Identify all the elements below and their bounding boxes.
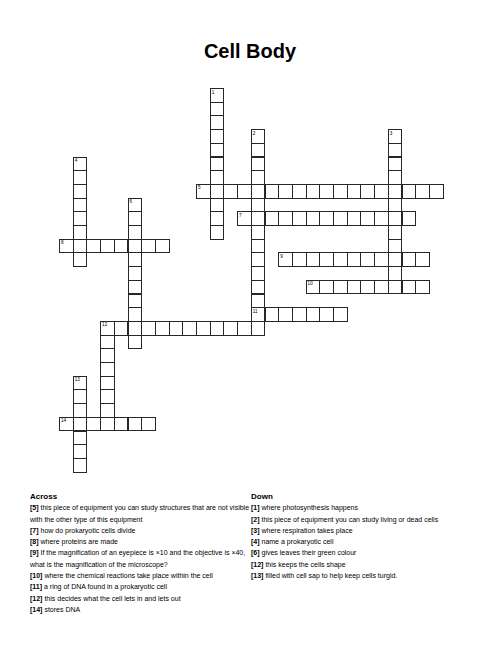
grid-cell[interactable]	[415, 184, 430, 199]
grid-cell[interactable]	[415, 280, 430, 295]
grid-cell[interactable]	[388, 280, 403, 295]
grid-cell[interactable]	[292, 211, 307, 226]
clue-number: [5]	[30, 504, 39, 511]
cell-number: 11	[253, 309, 258, 314]
cell-number: 13	[75, 377, 80, 382]
across-clue-7: [7] how do prokaryotic cells divide	[30, 525, 253, 536]
grid-cell[interactable]	[251, 252, 266, 267]
grid-cell[interactable]	[429, 184, 444, 199]
grid-cell[interactable]	[73, 417, 88, 432]
grid-cell[interactable]	[141, 321, 156, 336]
grid-cell[interactable]	[347, 211, 362, 226]
grid-cell[interactable]	[347, 184, 362, 199]
down-clue-13: [13] filled with cell sap to help keep c…	[251, 570, 491, 581]
clue-number: [2]	[251, 516, 260, 523]
grid-cell[interactable]: 4	[73, 157, 88, 172]
grid-cell[interactable]	[319, 280, 334, 295]
grid-cell[interactable]	[128, 294, 143, 309]
clue-text: stores DNA	[42, 606, 80, 613]
grid-cell[interactable]	[347, 280, 362, 295]
grid-cell[interactable]	[73, 403, 88, 418]
grid-cell[interactable]	[360, 280, 375, 295]
grid-cell[interactable]: 6	[128, 198, 143, 213]
grid-cell[interactable]: 7	[237, 211, 252, 226]
down-clue-4: [4] name a prokaryotic cell	[251, 536, 491, 547]
grid-cell[interactable]	[306, 184, 321, 199]
clue-text: where respiration takes place	[260, 527, 353, 534]
grid-cell[interactable]: 5	[196, 184, 211, 199]
grid-cell[interactable]	[210, 102, 225, 117]
clue-number: [12]	[30, 595, 42, 602]
grid-cell[interactable]	[210, 184, 225, 199]
grid-cell[interactable]	[223, 184, 238, 199]
clue-number: [14]	[30, 606, 42, 613]
grid-cell[interactable]	[388, 170, 403, 185]
across-clues-section: Across [5] this piece of equipment you c…	[30, 491, 253, 615]
grid-cell[interactable]	[333, 307, 348, 322]
grid-cell[interactable]	[347, 252, 362, 267]
down-clue-6: [6] gives leaves their green colour	[251, 547, 491, 558]
across-clue-9: [9] If the magnification of an eyepiece …	[30, 547, 253, 570]
grid-cell[interactable]	[292, 307, 307, 322]
grid-cell[interactable]	[128, 307, 143, 322]
grid-cell[interactable]	[73, 444, 88, 459]
grid-cell[interactable]: 12	[100, 321, 115, 336]
grid-cell[interactable]	[210, 198, 225, 213]
grid-cell[interactable]	[73, 184, 88, 199]
grid-cell[interactable]	[251, 198, 266, 213]
clue-text: gives leaves their green colour	[260, 549, 357, 556]
clue-number: [7]	[30, 527, 39, 534]
grid-cell[interactable]	[128, 335, 143, 350]
cell-number: 6	[130, 199, 133, 204]
clue-number: [6]	[251, 549, 260, 556]
grid-cell[interactable]	[155, 239, 170, 254]
down-clue-3: [3] where respiration takes place	[251, 525, 491, 536]
grid-cell[interactable]	[402, 211, 417, 226]
grid-cell[interactable]	[251, 157, 266, 172]
grid-cell[interactable]	[210, 143, 225, 158]
grid-cell[interactable]: 13	[73, 376, 88, 391]
grid-cell[interactable]	[128, 211, 143, 226]
grid-cell[interactable]	[128, 225, 143, 240]
across-heading: Across	[30, 491, 253, 502]
crossword-page: Cell Body 1234567891011121314 Across [5]…	[0, 0, 500, 647]
grid-cell[interactable]	[278, 184, 293, 199]
grid-cell[interactable]	[73, 211, 88, 226]
grid-cell[interactable]: 8	[59, 239, 74, 254]
grid-cell[interactable]	[128, 252, 143, 267]
grid-cell[interactable]	[141, 417, 156, 432]
grid-cell[interactable]	[73, 431, 88, 446]
grid-cell[interactable]	[73, 198, 88, 213]
grid-cell[interactable]	[360, 252, 375, 267]
grid-cell[interactable]	[210, 129, 225, 144]
grid-cell[interactable]	[182, 321, 197, 336]
grid-cell[interactable]	[210, 225, 225, 240]
grid-cell[interactable]	[128, 417, 143, 432]
grid-cell[interactable]	[278, 307, 293, 322]
grid-cell[interactable]	[278, 211, 293, 226]
grid-cell[interactable]	[388, 143, 403, 158]
grid-cell[interactable]	[86, 417, 101, 432]
grid-cell[interactable]	[251, 266, 266, 281]
clue-number: [10]	[30, 572, 42, 579]
grid-cell[interactable]	[210, 321, 225, 336]
cell-number: 1	[212, 90, 215, 95]
grid-cell[interactable]	[128, 280, 143, 295]
clue-number: [11]	[30, 583, 42, 590]
grid-cell[interactable]	[415, 252, 430, 267]
grid-cell[interactable]	[251, 170, 266, 185]
cell-number: 5	[198, 185, 201, 190]
grid-cell[interactable]: 3	[388, 129, 403, 144]
cell-number: 7	[239, 213, 242, 218]
grid-cell[interactable]	[100, 362, 115, 377]
across-clue-8: [8] where proteins are made	[30, 536, 253, 547]
grid-cell[interactable]	[374, 252, 389, 267]
cell-number: 2	[253, 131, 256, 136]
clue-text: a ring of DNA found in a prokaryotic cel…	[42, 583, 167, 590]
grid-cell[interactable]	[388, 157, 403, 172]
grid-cell[interactable]	[374, 211, 389, 226]
grid-cell[interactable]	[100, 417, 115, 432]
grid-cell[interactable]	[251, 280, 266, 295]
clue-number: [13]	[251, 572, 263, 579]
cell-number: 8	[61, 240, 64, 245]
cell-number: 14	[61, 418, 66, 423]
grid-cell[interactable]	[292, 252, 307, 267]
grid-cell[interactable]	[210, 157, 225, 172]
grid-cell[interactable]	[265, 307, 280, 322]
grid-cell[interactable]	[388, 184, 403, 199]
grid-cell[interactable]	[402, 280, 417, 295]
grid-cell[interactable]: 2	[251, 129, 266, 144]
grid-cell[interactable]	[319, 184, 334, 199]
grid-cell[interactable]: 14	[59, 417, 74, 432]
grid-cell[interactable]	[374, 184, 389, 199]
clue-text: this piece of equipment you can study st…	[30, 504, 249, 522]
clue-number: [3]	[251, 527, 260, 534]
grid-cell[interactable]	[333, 184, 348, 199]
clue-text: this piece of equipment you can study li…	[260, 516, 439, 523]
grid-cell[interactable]	[251, 239, 266, 254]
grid-cell[interactable]	[251, 294, 266, 309]
clue-text: this decides what the cell lets in and l…	[42, 595, 180, 602]
grid-cell[interactable]	[237, 321, 252, 336]
grid-cell[interactable]	[210, 211, 225, 226]
across-clue-10: [10] where the chemical reactions take p…	[30, 570, 253, 581]
grid-cell[interactable]	[169, 321, 184, 336]
cell-number: 4	[75, 158, 78, 163]
grid-cell[interactable]	[319, 252, 334, 267]
grid-cell[interactable]	[306, 211, 321, 226]
across-clue-5: [5] this piece of equipment you can stud…	[30, 502, 253, 525]
grid-cell[interactable]	[141, 239, 156, 254]
clue-text: filled with cell sap to help keep cells …	[263, 572, 397, 579]
clue-text: this keeps the cells shape	[263, 561, 345, 568]
grid-cell[interactable]	[100, 376, 115, 391]
down-clue-12: [12] this keeps the cells shape	[251, 559, 491, 570]
grid-cell[interactable]	[73, 252, 88, 267]
grid-cell[interactable]: 1	[210, 88, 225, 103]
grid-cell[interactable]	[388, 198, 403, 213]
grid-cell[interactable]	[374, 280, 389, 295]
clue-text: where the chemical reactions take place …	[42, 572, 212, 579]
grid-cell[interactable]	[100, 335, 115, 350]
grid-cell[interactable]	[251, 184, 266, 199]
clue-number: [4]	[251, 538, 260, 545]
grid-cell[interactable]	[306, 307, 321, 322]
grid-cell[interactable]: 10	[306, 280, 321, 295]
clue-number: [9]	[30, 549, 39, 556]
grid-cell[interactable]	[100, 403, 115, 418]
grid-cell[interactable]	[319, 211, 334, 226]
grid-cell[interactable]: 9	[278, 252, 293, 267]
cell-number: 3	[390, 131, 393, 136]
grid-cell[interactable]	[333, 280, 348, 295]
across-clue-14: [14] stores DNA	[30, 604, 253, 615]
grid-cell[interactable]	[388, 239, 403, 254]
puzzle-title: Cell Body	[0, 40, 500, 63]
grid-cell[interactable]	[155, 321, 170, 336]
grid-cell[interactable]	[128, 239, 143, 254]
down-clue-2: [2] this piece of equipment you can stud…	[251, 514, 491, 525]
cell-number: 12	[102, 322, 107, 327]
down-clue-1: [1] where photosynthesis happens	[251, 502, 491, 513]
grid-cell[interactable]	[114, 321, 129, 336]
clue-number: [1]	[251, 504, 260, 511]
grid-cell[interactable]	[73, 239, 88, 254]
clue-text: name a prokaryotic cell	[260, 538, 334, 545]
grid-cell[interactable]	[265, 211, 280, 226]
grid-cell[interactable]: 11	[251, 307, 266, 322]
down-heading: Down	[251, 491, 491, 502]
grid-cell[interactable]	[128, 321, 143, 336]
grid-cell[interactable]	[73, 170, 88, 185]
grid-cell[interactable]	[237, 184, 252, 199]
clue-text: how do prokaryotic cells divide	[39, 527, 136, 534]
grid-cell[interactable]	[388, 225, 403, 240]
grid-cell[interactable]	[265, 184, 280, 199]
clue-text: If the magnification of an eyepiece is ×…	[30, 549, 245, 567]
clue-text: where proteins are made	[39, 538, 118, 545]
grid-cell[interactable]	[360, 184, 375, 199]
grid-cell[interactable]	[100, 348, 115, 363]
grid-cell[interactable]	[333, 252, 348, 267]
grid-cell[interactable]	[223, 321, 238, 336]
grid-cell[interactable]	[319, 307, 334, 322]
grid-cell[interactable]	[388, 266, 403, 281]
clue-number: [12]	[251, 561, 263, 568]
crossword-grid: 1234567891011121314	[59, 88, 445, 474]
grid-cell[interactable]	[210, 115, 225, 130]
grid-cell[interactable]	[73, 389, 88, 404]
grid-cell[interactable]	[306, 252, 321, 267]
grid-cell[interactable]	[128, 266, 143, 281]
grid-cell[interactable]	[333, 211, 348, 226]
grid-cell[interactable]	[251, 211, 266, 226]
grid-cell[interactable]	[402, 184, 417, 199]
grid-cell[interactable]	[402, 252, 417, 267]
grid-cell[interactable]	[100, 389, 115, 404]
grid-cell[interactable]	[86, 239, 101, 254]
grid-cell[interactable]	[251, 321, 266, 336]
grid-cell[interactable]	[196, 321, 211, 336]
cell-number: 10	[308, 281, 313, 286]
grid-cell[interactable]	[114, 239, 129, 254]
grid-cell[interactable]	[114, 417, 129, 432]
across-clue-11: [11] a ring of DNA found in a prokaryoti…	[30, 581, 253, 592]
grid-cell[interactable]	[210, 170, 225, 185]
grid-cell[interactable]	[251, 225, 266, 240]
clue-text: where photosynthesis happens	[260, 504, 358, 511]
across-clue-list: [5] this piece of equipment you can stud…	[30, 502, 253, 615]
grid-cell[interactable]	[73, 458, 88, 473]
down-clue-list: [1] where photosynthesis happens[2] this…	[251, 502, 491, 581]
cell-number: 9	[280, 254, 283, 259]
grid-cell[interactable]	[388, 211, 403, 226]
grid-cell[interactable]	[360, 211, 375, 226]
grid-cell[interactable]	[388, 252, 403, 267]
across-clue-12: [12] this decides what the cell lets in …	[30, 593, 253, 604]
grid-cell[interactable]	[100, 239, 115, 254]
clue-number: [8]	[30, 538, 39, 545]
grid-cell[interactable]	[292, 184, 307, 199]
grid-cell[interactable]	[73, 225, 88, 240]
grid-cell[interactable]	[251, 143, 266, 158]
down-clues-section: Down [1] where photosynthesis happens[2]…	[251, 491, 491, 581]
